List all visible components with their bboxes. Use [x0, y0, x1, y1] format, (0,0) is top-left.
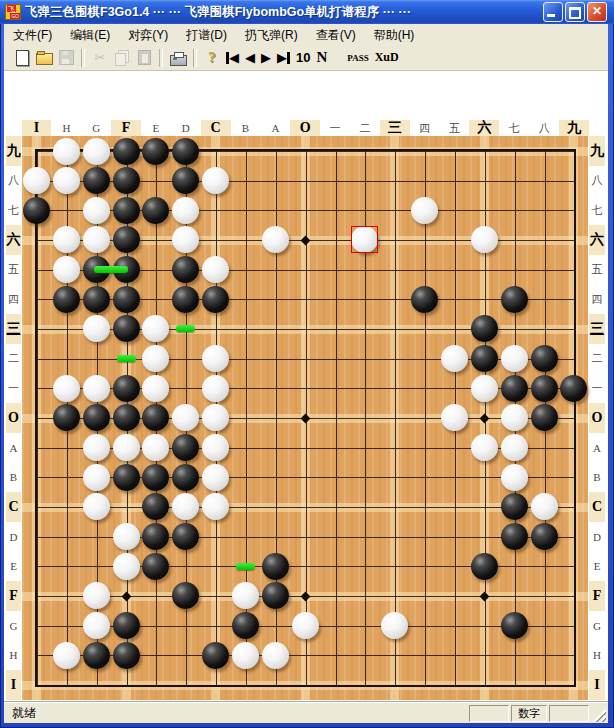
stone — [172, 582, 199, 609]
stone — [262, 582, 289, 609]
stone — [501, 523, 528, 550]
question-mark-icon: ? — [208, 49, 216, 66]
coord-label-C: C — [6, 492, 21, 522]
app-window: 飞弹三色围棋F3Go1.4 ··· ··· 飞弹围棋FlybombGo单机打谱程… — [0, 0, 614, 728]
stone — [560, 375, 587, 402]
client-area: 文件(F)编辑(E)对弈(Y)打谱(D)扔飞弹(R)查看(V)帮助(H) ✂?◀… — [4, 24, 608, 723]
goto-n-button[interactable]: N — [313, 47, 330, 69]
white-stone-七A — [499, 433, 529, 463]
coord-label-八: 八 — [589, 166, 605, 196]
white-stone-八C — [529, 492, 559, 522]
coord-label-G: G — [589, 611, 605, 641]
title-bar[interactable]: 飞弹三色围棋F3Go1.4 ··· ··· 飞弹围棋FlybombGo单机打谱程… — [0, 0, 614, 24]
resize-grip[interactable] — [593, 709, 606, 722]
black-stone-七一 — [499, 373, 529, 403]
stone — [501, 434, 528, 461]
white-stone-GA — [81, 433, 111, 463]
toolbar-separator — [159, 49, 163, 67]
goto-10-icon: 10 — [296, 50, 310, 65]
coord-labels-right: 九八七六五四三二一OABCDEFGHI — [589, 136, 605, 699]
stone — [232, 642, 259, 669]
prev-move-icon: ◀ — [245, 50, 255, 65]
stone — [441, 404, 468, 431]
black-stone-GH — [81, 640, 111, 670]
white-stone-FA — [111, 433, 141, 463]
white-stone-AH — [260, 640, 290, 670]
stone — [83, 167, 110, 194]
black-stone-七G — [499, 611, 529, 641]
white-stone-GB — [81, 462, 111, 492]
coord-label-D: D — [589, 522, 605, 552]
stone — [202, 464, 229, 491]
green-marker-G五,F五 — [81, 255, 141, 285]
coord-label-七: 七 — [6, 196, 21, 226]
green-marker-F二 — [111, 344, 141, 374]
stone — [113, 167, 140, 194]
stone — [202, 434, 229, 461]
stone — [113, 286, 140, 313]
coord-label-三: 三 — [589, 314, 605, 344]
black-stone-BG — [231, 611, 261, 641]
coord-label-D: D — [171, 120, 201, 136]
stone — [471, 315, 498, 342]
stone — [471, 375, 498, 402]
black-stone-七四 — [499, 284, 529, 314]
open-button[interactable] — [33, 47, 55, 69]
menu-item-1[interactable]: 编辑(E) — [61, 25, 119, 45]
menu-item-5[interactable]: 查看(V) — [307, 25, 365, 45]
stone — [172, 226, 199, 253]
stone — [202, 493, 229, 520]
white-stone-I八 — [22, 166, 52, 196]
stone — [232, 582, 259, 609]
white-stone-FD — [111, 522, 141, 552]
xud-button[interactable]: XuD — [372, 47, 402, 69]
coord-label-七: 七 — [499, 120, 529, 136]
goto-10-button[interactable]: 10 — [293, 47, 313, 69]
coord-label-七: 七 — [589, 196, 605, 226]
copy-button[interactable] — [111, 47, 133, 69]
stone — [202, 642, 229, 669]
black-stone-EE — [141, 551, 171, 581]
white-stone-GC — [81, 492, 111, 522]
red-square-marker — [351, 226, 378, 253]
stone — [531, 345, 558, 372]
coord-label-F: F — [589, 581, 605, 611]
green-marker-bar — [94, 266, 128, 273]
coord-label-F: F — [6, 581, 21, 611]
prev-move-button[interactable]: ◀ — [242, 47, 258, 69]
goto-n-icon: N — [316, 49, 327, 66]
stone — [83, 434, 110, 461]
stone — [142, 553, 169, 580]
window-title: 飞弹三色围棋F3Go1.4 ··· ··· 飞弹围棋FlybombGo单机打谱程… — [25, 4, 543, 21]
save-button[interactable] — [55, 47, 77, 69]
black-stone-DA — [171, 433, 201, 463]
black-stone-九一 — [559, 373, 589, 403]
stones-grid[interactable] — [22, 136, 589, 699]
white-stone-CB — [201, 462, 231, 492]
stone — [142, 197, 169, 224]
coord-label-D: D — [6, 522, 21, 552]
coord-label-C: C — [589, 492, 605, 522]
stone — [83, 642, 110, 669]
black-stone-D四 — [171, 284, 201, 314]
maximize-button[interactable] — [565, 2, 585, 22]
stone — [172, 167, 199, 194]
black-stone-GO — [81, 403, 111, 433]
black-stone-G四 — [81, 284, 111, 314]
white-stone-C一 — [201, 373, 231, 403]
status-panel-3 — [549, 705, 589, 722]
white-stone-三G — [380, 611, 410, 641]
stone — [113, 553, 140, 580]
white-stone-六六 — [469, 225, 499, 255]
white-stone-G七 — [81, 196, 111, 226]
toolbar: ✂?◀◀▶▶10NPASSXuD — [4, 45, 608, 71]
stone — [531, 493, 558, 520]
white-stone-C八 — [201, 166, 231, 196]
black-stone-AF — [260, 581, 290, 611]
status-panel-1 — [469, 705, 509, 722]
stone — [113, 612, 140, 639]
stone — [202, 167, 229, 194]
stone — [53, 138, 80, 165]
next-move-icon: ▶ — [261, 50, 271, 65]
menu-item-3[interactable]: 打谱(D) — [177, 25, 236, 45]
black-stone-FO — [111, 403, 141, 433]
status-bar: 就绪 数字 — [4, 702, 608, 723]
coord-label-B: B — [231, 120, 261, 136]
black-stone-七C — [499, 492, 529, 522]
stone — [202, 375, 229, 402]
toolbar-separator — [193, 49, 197, 67]
copy-icon — [115, 53, 126, 66]
new-page-icon — [16, 50, 29, 66]
black-stone-FG — [111, 611, 141, 641]
stone — [83, 138, 110, 165]
black-stone-DB — [171, 462, 201, 492]
stone — [172, 286, 199, 313]
black-stone-六E — [469, 551, 499, 581]
coord-label-B: B — [589, 462, 605, 492]
white-stone-A六 — [260, 225, 290, 255]
stone — [232, 612, 259, 639]
white-stone-BH — [231, 640, 261, 670]
coord-label-六: 六 — [589, 225, 605, 255]
black-stone-F八 — [111, 166, 141, 196]
white-stone-H九 — [51, 136, 81, 166]
white-stone-EA — [141, 433, 171, 463]
menu-item-0[interactable]: 文件(F) — [4, 25, 61, 45]
stone — [531, 404, 558, 431]
coord-label-A: A — [589, 433, 605, 463]
coord-label-四: 四 — [6, 284, 21, 314]
black-stone-EB — [141, 462, 171, 492]
coord-label-二: 二 — [6, 344, 21, 374]
white-stone-E一 — [141, 373, 171, 403]
black-stone-F四 — [111, 284, 141, 314]
stone — [142, 375, 169, 402]
stone — [83, 226, 110, 253]
coord-label-I: I — [589, 670, 605, 700]
stone — [113, 404, 140, 431]
coord-label-O: O — [589, 403, 605, 433]
coord-label-O: O — [6, 403, 21, 433]
black-stone-八D — [529, 522, 559, 552]
stone — [202, 256, 229, 283]
coord-label-三: 三 — [380, 120, 410, 136]
white-stone-六一 — [469, 373, 499, 403]
coord-label-八: 八 — [6, 166, 21, 196]
stone — [53, 642, 80, 669]
stone — [53, 286, 80, 313]
stone — [53, 256, 80, 283]
coord-label-H: H — [589, 640, 605, 670]
black-stone-八一 — [529, 373, 559, 403]
coord-label-五: 五 — [589, 255, 605, 285]
stone — [113, 434, 140, 461]
white-stone-CO — [201, 403, 231, 433]
coord-label-五: 五 — [6, 255, 21, 285]
stone — [113, 315, 140, 342]
go-board-zone: IHGFEDCBAO一二三四五六七八九 IHGFEDCBAO一二三四五六七八九 … — [4, 71, 608, 702]
white-stone-E三 — [141, 314, 171, 344]
paste-button[interactable] — [133, 47, 155, 69]
coord-label-五: 五 — [440, 120, 470, 136]
stone — [292, 612, 319, 639]
stone — [142, 345, 169, 372]
white-stone-G九 — [81, 136, 111, 166]
stone — [262, 642, 289, 669]
stone — [83, 315, 110, 342]
coord-label-B: B — [6, 462, 21, 492]
coord-label-二: 二 — [350, 120, 380, 136]
white-stone-GF — [81, 581, 111, 611]
coord-label-一: 一 — [6, 373, 21, 403]
white-stone-G六 — [81, 225, 111, 255]
stone — [411, 197, 438, 224]
white-stone-CC — [201, 492, 231, 522]
stone — [172, 523, 199, 550]
save-floppy-icon — [59, 50, 74, 65]
green-marker-BE — [231, 551, 261, 581]
stone — [202, 345, 229, 372]
coord-label-F: F — [111, 120, 141, 136]
coord-label-A: A — [260, 120, 290, 136]
stone — [113, 138, 140, 165]
stone — [142, 523, 169, 550]
coord-labels-top: IHGFEDCBAO一二三四五六七八九 — [22, 120, 589, 136]
black-stone-E七 — [141, 196, 171, 226]
stone — [142, 464, 169, 491]
coord-label-E: E — [589, 551, 605, 581]
white-stone-E二 — [141, 344, 171, 374]
black-stone-H四 — [51, 284, 81, 314]
white-stone-五O — [440, 403, 470, 433]
cut-button[interactable]: ✂ — [89, 47, 111, 69]
black-stone-EC — [141, 492, 171, 522]
coord-label-O: O — [290, 120, 320, 136]
stone — [501, 345, 528, 372]
white-stone-D六 — [171, 225, 201, 255]
app-icon — [5, 4, 21, 20]
stone — [262, 226, 289, 253]
new-button[interactable] — [11, 47, 33, 69]
white-stone-BF — [231, 581, 261, 611]
black-stone-F一 — [111, 373, 141, 403]
stone — [83, 612, 110, 639]
white-stone-OG — [290, 611, 320, 641]
coord-label-G: G — [6, 611, 21, 641]
black-stone-ED — [141, 522, 171, 552]
stone — [381, 612, 408, 639]
coord-label-一: 一 — [320, 120, 350, 136]
white-stone-GG — [81, 611, 111, 641]
black-stone-G八 — [81, 166, 111, 196]
menu-item-6[interactable]: 帮助(H) — [365, 25, 424, 45]
stone — [83, 375, 110, 402]
stone — [172, 404, 199, 431]
white-stone-DC — [171, 492, 201, 522]
black-stone-EO — [141, 403, 171, 433]
stone — [83, 464, 110, 491]
green-marker-D三 — [171, 314, 201, 344]
stone — [113, 197, 140, 224]
black-stone-AE — [260, 551, 290, 581]
coord-label-三: 三 — [6, 314, 21, 344]
white-stone-G三 — [81, 314, 111, 344]
stone — [83, 286, 110, 313]
coord-label-A: A — [6, 433, 21, 463]
stone — [172, 493, 199, 520]
green-marker-bar — [117, 355, 136, 362]
stone — [113, 642, 140, 669]
stone — [501, 464, 528, 491]
coord-label-E: E — [141, 120, 171, 136]
print-button[interactable] — [167, 47, 189, 69]
coord-label-四: 四 — [589, 284, 605, 314]
black-stone-六三 — [469, 314, 499, 344]
coord-label-H: H — [51, 120, 81, 136]
black-stone-I七 — [22, 196, 52, 226]
stone — [202, 286, 229, 313]
stone — [411, 286, 438, 313]
white-stone-六A — [469, 433, 499, 463]
last-move-button[interactable]: ▶ — [274, 47, 293, 69]
black-stone-七D — [499, 522, 529, 552]
white-stone-FE — [111, 551, 141, 581]
white-stone-CA — [201, 433, 231, 463]
white-stone-七O — [499, 403, 529, 433]
coord-label-六: 六 — [6, 225, 21, 255]
pass-button[interactable]: PASS — [344, 47, 371, 69]
minimize-button[interactable] — [543, 2, 563, 22]
coord-label-H: H — [6, 640, 21, 670]
coord-label-I: I — [6, 670, 21, 700]
stone — [83, 582, 110, 609]
white-stone-C二 — [201, 344, 231, 374]
stone — [501, 404, 528, 431]
stone — [142, 404, 169, 431]
coord-label-八: 八 — [529, 120, 559, 136]
status-panel-numeric: 数字 — [511, 705, 547, 722]
menu-item-4[interactable]: 扔飞弹(R) — [236, 25, 307, 45]
stone — [142, 315, 169, 342]
coord-label-四: 四 — [410, 120, 440, 136]
black-stone-DF — [171, 581, 201, 611]
black-stone-FH — [111, 640, 141, 670]
black-stone-八O — [529, 403, 559, 433]
stone — [501, 375, 528, 402]
green-marker-bar — [176, 325, 195, 332]
stone — [501, 493, 528, 520]
white-stone-七B — [499, 462, 529, 492]
white-stone-D七 — [171, 196, 201, 226]
last-move-red-square — [350, 225, 380, 255]
first-move-button[interactable]: ◀ — [223, 47, 242, 69]
stone — [172, 138, 199, 165]
white-stone-H五 — [51, 255, 81, 285]
stone — [53, 375, 80, 402]
stone — [172, 434, 199, 461]
black-stone-CH — [201, 640, 231, 670]
stone — [83, 197, 110, 224]
stone — [53, 167, 80, 194]
next-move-button[interactable]: ▶ — [258, 47, 274, 69]
stone — [441, 345, 468, 372]
black-stone-D五 — [171, 255, 201, 285]
printer-icon — [170, 55, 187, 66]
stone — [113, 523, 140, 550]
coord-label-二: 二 — [589, 344, 605, 374]
scissors-icon: ✂ — [95, 50, 106, 65]
toolbar-separator — [81, 49, 85, 67]
help-button[interactable]: ? — [201, 47, 223, 69]
stone — [531, 523, 558, 550]
black-stone-F六 — [111, 225, 141, 255]
black-stone-E九 — [141, 136, 171, 166]
close-button[interactable]: ✕ — [587, 2, 607, 22]
white-stone-H一 — [51, 373, 81, 403]
white-stone-C五 — [201, 255, 231, 285]
black-stone-八二 — [529, 344, 559, 374]
black-stone-DD — [171, 522, 201, 552]
menu-item-2[interactable]: 对弈(Y) — [119, 25, 177, 45]
white-stone-七二 — [499, 344, 529, 374]
coord-label-一: 一 — [589, 373, 605, 403]
white-stone-H八 — [51, 166, 81, 196]
white-stone-五二 — [440, 344, 470, 374]
coord-label-I: I — [22, 120, 52, 136]
white-stone-H六 — [51, 225, 81, 255]
coord-label-九: 九 — [559, 120, 589, 136]
stone — [23, 167, 50, 194]
stone — [531, 375, 558, 402]
stone — [83, 404, 110, 431]
coord-label-C: C — [201, 120, 231, 136]
stone — [113, 375, 140, 402]
white-stone-G一 — [81, 373, 111, 403]
stone — [113, 226, 140, 253]
black-stone-F三 — [111, 314, 141, 344]
black-stone-D八 — [171, 166, 201, 196]
stone — [471, 345, 498, 372]
open-folder-icon — [36, 53, 53, 65]
coord-label-E: E — [6, 551, 21, 581]
black-stone-FB — [111, 462, 141, 492]
coord-label-九: 九 — [6, 136, 21, 166]
